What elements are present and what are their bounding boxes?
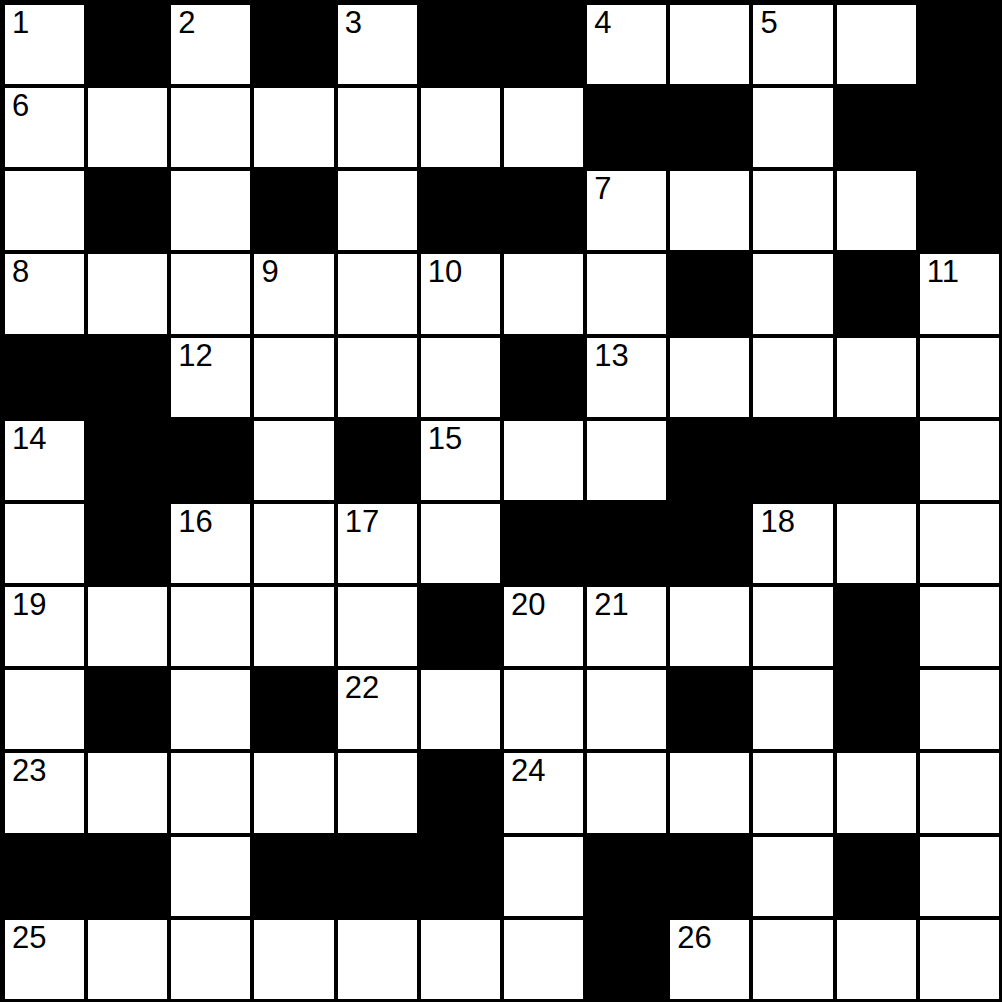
cell-r1c5[interactable] bbox=[421, 88, 500, 167]
cell-r6c5[interactable] bbox=[421, 504, 500, 583]
cell-r0c7[interactable]: 4 bbox=[587, 5, 666, 84]
clue-number-13: 13 bbox=[594, 340, 628, 373]
cell-r2c1-black bbox=[88, 171, 167, 250]
cell-r1c4[interactable] bbox=[338, 88, 417, 167]
cell-r4c7[interactable]: 13 bbox=[587, 338, 666, 417]
cell-r1c3[interactable] bbox=[254, 88, 333, 167]
cell-r0c1-black bbox=[88, 5, 167, 84]
cell-r5c1-black bbox=[88, 421, 167, 500]
cell-r1c7-black bbox=[587, 88, 666, 167]
cell-r4c1-black bbox=[88, 338, 167, 417]
clue-number-21: 21 bbox=[594, 589, 628, 622]
cell-r4c10[interactable] bbox=[837, 338, 916, 417]
cell-r1c2[interactable] bbox=[171, 88, 250, 167]
cell-r7c11[interactable] bbox=[920, 587, 999, 666]
cell-r11c3[interactable] bbox=[254, 920, 333, 999]
clue-number-17: 17 bbox=[345, 506, 379, 539]
cell-r3c6[interactable] bbox=[504, 254, 583, 333]
cell-r7c2[interactable] bbox=[171, 587, 250, 666]
cell-r0c10[interactable] bbox=[837, 5, 916, 84]
clue-number-11: 11 bbox=[927, 256, 959, 289]
cell-r9c3[interactable] bbox=[254, 753, 333, 832]
clue-number-9: 9 bbox=[261, 256, 278, 289]
cell-r5c10-black bbox=[837, 421, 916, 500]
clue-number-3: 3 bbox=[345, 7, 362, 40]
cell-r9c2[interactable] bbox=[171, 753, 250, 832]
clue-number-22: 22 bbox=[345, 672, 379, 705]
clue-number-14: 14 bbox=[12, 423, 46, 456]
cell-r2c4[interactable] bbox=[338, 171, 417, 250]
cell-r9c5-black bbox=[421, 753, 500, 832]
cell-r5c8-black bbox=[670, 421, 749, 500]
cell-r3c0[interactable]: 8 bbox=[5, 254, 84, 333]
cell-r11c2[interactable] bbox=[171, 920, 250, 999]
cell-r7c5-black bbox=[421, 587, 500, 666]
cell-r11c5[interactable] bbox=[421, 920, 500, 999]
cell-r11c8[interactable]: 26 bbox=[670, 920, 749, 999]
cell-r7c10-black bbox=[837, 587, 916, 666]
cell-r4c0-black bbox=[5, 338, 84, 417]
cell-r7c4[interactable] bbox=[338, 587, 417, 666]
cell-r3c3[interactable]: 9 bbox=[254, 254, 333, 333]
cell-r0c5-black bbox=[421, 5, 500, 84]
cell-r2c11-black bbox=[920, 171, 999, 250]
cell-r10c0-black bbox=[5, 837, 84, 916]
clue-number-6: 6 bbox=[12, 90, 29, 123]
cell-r9c10[interactable] bbox=[837, 753, 916, 832]
clue-number-8: 8 bbox=[12, 256, 29, 289]
cell-r8c3-black bbox=[254, 670, 333, 749]
cell-r9c8[interactable] bbox=[670, 753, 749, 832]
cell-r10c7-black bbox=[587, 837, 666, 916]
cell-r8c5[interactable] bbox=[421, 670, 500, 749]
cell-r6c7-black bbox=[587, 504, 666, 583]
cell-r3c7[interactable] bbox=[587, 254, 666, 333]
cell-r4c8[interactable] bbox=[670, 338, 749, 417]
cell-r6c8-black bbox=[670, 504, 749, 583]
cell-r11c6[interactable] bbox=[504, 920, 583, 999]
cell-r8c11[interactable] bbox=[920, 670, 999, 749]
cell-r5c6[interactable] bbox=[504, 421, 583, 500]
clue-number-19: 19 bbox=[12, 589, 46, 622]
cell-r0c9[interactable]: 5 bbox=[753, 5, 832, 84]
clue-number-16: 16 bbox=[178, 506, 212, 539]
cell-r8c4[interactable]: 22 bbox=[338, 670, 417, 749]
cell-r7c6[interactable]: 20 bbox=[504, 587, 583, 666]
cell-r7c9[interactable] bbox=[753, 587, 832, 666]
cell-r0c11-black bbox=[920, 5, 999, 84]
crossword-board: 1234567891011121314151617181920212223242… bbox=[0, 0, 1002, 1002]
cell-r2c2[interactable] bbox=[171, 171, 250, 250]
cell-r1c11-black bbox=[920, 88, 999, 167]
cell-r8c6[interactable] bbox=[504, 670, 583, 749]
cell-r4c3[interactable] bbox=[254, 338, 333, 417]
cell-r1c1[interactable] bbox=[88, 88, 167, 167]
cell-r5c9-black bbox=[753, 421, 832, 500]
cell-r5c2-black bbox=[171, 421, 250, 500]
cell-r5c5[interactable]: 15 bbox=[421, 421, 500, 500]
cell-r9c4[interactable] bbox=[338, 753, 417, 832]
cell-r9c11[interactable] bbox=[920, 753, 999, 832]
cell-r11c7-black bbox=[587, 920, 666, 999]
cell-r8c0[interactable] bbox=[5, 670, 84, 749]
cell-r11c11[interactable] bbox=[920, 920, 999, 999]
cell-r6c6-black bbox=[504, 504, 583, 583]
clue-number-15: 15 bbox=[428, 423, 462, 456]
cell-r0c3-black bbox=[254, 5, 333, 84]
clue-number-7: 7 bbox=[594, 173, 611, 206]
clue-number-20: 20 bbox=[511, 589, 545, 622]
cell-r8c7[interactable] bbox=[587, 670, 666, 749]
cell-r11c0[interactable]: 25 bbox=[5, 920, 84, 999]
cell-r10c11[interactable] bbox=[920, 837, 999, 916]
cell-r4c9[interactable] bbox=[753, 338, 832, 417]
clue-number-12: 12 bbox=[178, 340, 212, 373]
cell-r7c7[interactable]: 21 bbox=[587, 587, 666, 666]
cell-r0c2[interactable]: 2 bbox=[171, 5, 250, 84]
cell-r1c9[interactable] bbox=[753, 88, 832, 167]
cell-r11c9[interactable] bbox=[753, 920, 832, 999]
cell-r7c3[interactable] bbox=[254, 587, 333, 666]
cell-r5c11[interactable] bbox=[920, 421, 999, 500]
clue-number-26: 26 bbox=[677, 922, 711, 955]
cell-r3c5[interactable]: 10 bbox=[421, 254, 500, 333]
cell-r8c2[interactable] bbox=[171, 670, 250, 749]
cell-r9c0[interactable]: 23 bbox=[5, 753, 84, 832]
cell-r7c8[interactable] bbox=[670, 587, 749, 666]
cell-r6c9[interactable]: 18 bbox=[753, 504, 832, 583]
cell-r4c6-black bbox=[504, 338, 583, 417]
cell-r2c0[interactable] bbox=[5, 171, 84, 250]
cell-r3c2[interactable] bbox=[171, 254, 250, 333]
clue-number-1: 1 bbox=[12, 7, 29, 40]
clue-number-2: 2 bbox=[178, 7, 195, 40]
cell-r10c1-black bbox=[88, 837, 167, 916]
clue-number-4: 4 bbox=[594, 7, 611, 40]
cell-r7c1[interactable] bbox=[88, 587, 167, 666]
cell-r6c11[interactable] bbox=[920, 504, 999, 583]
cell-r2c3-black bbox=[254, 171, 333, 250]
cell-r9c7[interactable] bbox=[587, 753, 666, 832]
cell-r2c9[interactable] bbox=[753, 171, 832, 250]
cell-r6c1-black bbox=[88, 504, 167, 583]
cell-r6c0[interactable] bbox=[5, 504, 84, 583]
cell-r11c10[interactable] bbox=[837, 920, 916, 999]
cell-r0c4[interactable]: 3 bbox=[338, 5, 417, 84]
cell-r4c11[interactable] bbox=[920, 338, 999, 417]
cell-r10c4-black bbox=[338, 837, 417, 916]
cell-r8c9[interactable] bbox=[753, 670, 832, 749]
cell-r8c1-black bbox=[88, 670, 167, 749]
cell-r8c8-black bbox=[670, 670, 749, 749]
cell-r0c6-black bbox=[504, 5, 583, 84]
cell-r10c5-black bbox=[421, 837, 500, 916]
cell-r3c11[interactable]: 11 bbox=[920, 254, 999, 333]
cell-r0c8[interactable] bbox=[670, 5, 749, 84]
cell-r4c2[interactable]: 12 bbox=[171, 338, 250, 417]
cell-r10c8-black bbox=[670, 837, 749, 916]
cell-r9c9[interactable] bbox=[753, 753, 832, 832]
cell-r2c10[interactable] bbox=[837, 171, 916, 250]
cell-r1c6[interactable] bbox=[504, 88, 583, 167]
cell-r7c0[interactable]: 19 bbox=[5, 587, 84, 666]
cell-r10c10-black bbox=[837, 837, 916, 916]
cell-r8c10-black bbox=[837, 670, 916, 749]
cell-r9c6[interactable]: 24 bbox=[504, 753, 583, 832]
cell-r6c10[interactable] bbox=[837, 504, 916, 583]
cell-r1c0[interactable]: 6 bbox=[5, 88, 84, 167]
cell-r2c6-black bbox=[504, 171, 583, 250]
cell-r5c0[interactable]: 14 bbox=[5, 421, 84, 500]
clue-number-5: 5 bbox=[760, 7, 777, 40]
cell-r2c7[interactable]: 7 bbox=[587, 171, 666, 250]
cell-r10c9[interactable] bbox=[753, 837, 832, 916]
cell-r6c3[interactable] bbox=[254, 504, 333, 583]
cell-r5c7[interactable] bbox=[587, 421, 666, 500]
cell-r3c10-black bbox=[837, 254, 916, 333]
cell-r10c2[interactable] bbox=[171, 837, 250, 916]
cell-r4c5[interactable] bbox=[421, 338, 500, 417]
clue-number-18: 18 bbox=[760, 506, 794, 539]
cell-r11c4[interactable] bbox=[338, 920, 417, 999]
cell-r3c9[interactable] bbox=[753, 254, 832, 333]
cell-r6c2[interactable]: 16 bbox=[171, 504, 250, 583]
cell-r0c0[interactable]: 1 bbox=[5, 5, 84, 84]
cell-r10c3-black bbox=[254, 837, 333, 916]
clue-number-23: 23 bbox=[12, 755, 46, 788]
cell-r2c5-black bbox=[421, 171, 500, 250]
cell-r3c4[interactable] bbox=[338, 254, 417, 333]
cell-r1c8-black bbox=[670, 88, 749, 167]
cell-r3c1[interactable] bbox=[88, 254, 167, 333]
cell-r4c4[interactable] bbox=[338, 338, 417, 417]
clue-number-10: 10 bbox=[428, 256, 462, 289]
clue-number-24: 24 bbox=[511, 755, 545, 788]
cell-r5c4-black bbox=[338, 421, 417, 500]
cell-r3c8-black bbox=[670, 254, 749, 333]
cell-r2c8[interactable] bbox=[670, 171, 749, 250]
cell-r11c1[interactable] bbox=[88, 920, 167, 999]
cell-r6c4[interactable]: 17 bbox=[338, 504, 417, 583]
cell-r1c10-black bbox=[837, 88, 916, 167]
clue-number-25: 25 bbox=[12, 922, 46, 955]
cell-r9c1[interactable] bbox=[88, 753, 167, 832]
cell-r10c6[interactable] bbox=[504, 837, 583, 916]
cell-r5c3[interactable] bbox=[254, 421, 333, 500]
